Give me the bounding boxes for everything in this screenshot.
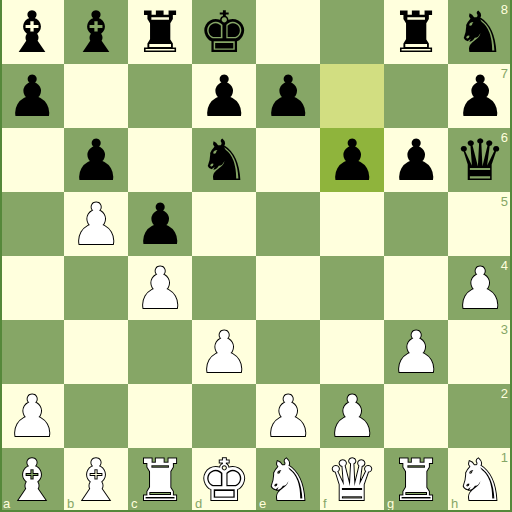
piece-black-pawn[interactable]: ♟ (320, 128, 384, 192)
piece-black-pawn[interactable]: ♟ (64, 128, 128, 192)
square-c8[interactable]: ♜ (128, 0, 192, 64)
piece-black-pawn[interactable]: ♟ (384, 128, 448, 192)
square-a3[interactable] (0, 320, 64, 384)
square-f3[interactable] (320, 320, 384, 384)
square-b6[interactable]: ♟ (64, 128, 128, 192)
square-h3[interactable]: 3 (448, 320, 512, 384)
square-f6[interactable]: ♟ (320, 128, 384, 192)
piece-black-knight[interactable]: ♞ (192, 128, 256, 192)
square-g6[interactable]: ♟ (384, 128, 448, 192)
piece-white-pawn[interactable]: ♟ (192, 320, 256, 384)
square-c2[interactable] (128, 384, 192, 448)
square-a6[interactable] (0, 128, 64, 192)
square-h1[interactable]: ♞1h (448, 448, 512, 512)
square-e4[interactable] (256, 256, 320, 320)
square-d3[interactable]: ♟ (192, 320, 256, 384)
piece-white-pawn[interactable]: ♟ (128, 256, 192, 320)
piece-white-bishop[interactable]: ♝ (0, 448, 64, 512)
piece-white-pawn[interactable]: ♟ (384, 320, 448, 384)
square-b3[interactable] (64, 320, 128, 384)
piece-white-king[interactable]: ♚ (192, 448, 256, 512)
square-h5[interactable]: 5 (448, 192, 512, 256)
piece-black-pawn[interactable]: ♟ (448, 64, 512, 128)
square-b5[interactable]: ♟ (64, 192, 128, 256)
square-d7[interactable]: ♟ (192, 64, 256, 128)
piece-black-pawn[interactable]: ♟ (0, 64, 64, 128)
square-a4[interactable] (0, 256, 64, 320)
square-h8[interactable]: ♞8 (448, 0, 512, 64)
square-e3[interactable] (256, 320, 320, 384)
piece-white-pawn[interactable]: ♟ (448, 256, 512, 320)
square-h4[interactable]: ♟4 (448, 256, 512, 320)
piece-white-bishop[interactable]: ♝ (64, 448, 128, 512)
square-d8[interactable]: ♚ (192, 0, 256, 64)
square-e7[interactable]: ♟ (256, 64, 320, 128)
piece-white-pawn[interactable]: ♟ (256, 384, 320, 448)
piece-black-knight[interactable]: ♞ (448, 0, 512, 64)
piece-black-bishop[interactable]: ♝ (0, 0, 64, 64)
piece-white-rook[interactable]: ♜ (128, 448, 192, 512)
square-c4[interactable]: ♟ (128, 256, 192, 320)
square-b8[interactable]: ♝ (64, 0, 128, 64)
square-f5[interactable] (320, 192, 384, 256)
square-c5[interactable]: ♟ (128, 192, 192, 256)
piece-black-pawn[interactable]: ♟ (128, 192, 192, 256)
piece-black-rook[interactable]: ♜ (384, 0, 448, 64)
square-g7[interactable] (384, 64, 448, 128)
square-a8[interactable]: ♝ (0, 0, 64, 64)
square-b1[interactable]: ♝b (64, 448, 128, 512)
square-c3[interactable] (128, 320, 192, 384)
square-a2[interactable]: ♟ (0, 384, 64, 448)
piece-black-king[interactable]: ♚ (192, 0, 256, 64)
square-f7[interactable] (320, 64, 384, 128)
square-d4[interactable] (192, 256, 256, 320)
chess-board: ♝♝♜♚♜♞8♟♟♟♟7♟♞♟♟♛6♟♟5♟♟4♟♟3♟♟♟2♝a♝b♜c♚d♞… (0, 0, 512, 512)
square-b7[interactable] (64, 64, 128, 128)
piece-white-knight[interactable]: ♞ (256, 448, 320, 512)
square-d1[interactable]: ♚d (192, 448, 256, 512)
square-c1[interactable]: ♜c (128, 448, 192, 512)
piece-black-queen[interactable]: ♛ (448, 128, 512, 192)
square-f8[interactable] (320, 0, 384, 64)
square-g8[interactable]: ♜ (384, 0, 448, 64)
square-g5[interactable] (384, 192, 448, 256)
piece-black-bishop[interactable]: ♝ (64, 0, 128, 64)
piece-white-rook[interactable]: ♜ (384, 448, 448, 512)
square-c6[interactable] (128, 128, 192, 192)
square-d2[interactable] (192, 384, 256, 448)
square-b4[interactable] (64, 256, 128, 320)
square-g4[interactable] (384, 256, 448, 320)
piece-black-rook[interactable]: ♜ (128, 0, 192, 64)
square-e2[interactable]: ♟ (256, 384, 320, 448)
rank-label-2: 2 (501, 386, 508, 401)
piece-white-pawn[interactable]: ♟ (0, 384, 64, 448)
square-g2[interactable] (384, 384, 448, 448)
piece-white-queen[interactable]: ♛ (320, 448, 384, 512)
square-e1[interactable]: ♞e (256, 448, 320, 512)
square-e8[interactable] (256, 0, 320, 64)
square-h7[interactable]: ♟7 (448, 64, 512, 128)
piece-black-pawn[interactable]: ♟ (256, 64, 320, 128)
piece-black-pawn[interactable]: ♟ (192, 64, 256, 128)
rank-label-5: 5 (501, 194, 508, 209)
square-h2[interactable]: 2 (448, 384, 512, 448)
piece-white-knight[interactable]: ♞ (448, 448, 512, 512)
square-c7[interactable] (128, 64, 192, 128)
piece-white-pawn[interactable]: ♟ (64, 192, 128, 256)
piece-white-pawn[interactable]: ♟ (320, 384, 384, 448)
board-grid: ♝♝♜♚♜♞8♟♟♟♟7♟♞♟♟♛6♟♟5♟♟4♟♟3♟♟♟2♝a♝b♜c♚d♞… (0, 0, 512, 512)
square-d6[interactable]: ♞ (192, 128, 256, 192)
rank-label-3: 3 (501, 322, 508, 337)
square-d5[interactable] (192, 192, 256, 256)
square-b2[interactable] (64, 384, 128, 448)
square-e6[interactable] (256, 128, 320, 192)
square-f1[interactable]: ♛f (320, 448, 384, 512)
square-a1[interactable]: ♝a (0, 448, 64, 512)
square-g1[interactable]: ♜g (384, 448, 448, 512)
square-g3[interactable]: ♟ (384, 320, 448, 384)
square-e5[interactable] (256, 192, 320, 256)
square-f4[interactable] (320, 256, 384, 320)
square-f2[interactable]: ♟ (320, 384, 384, 448)
square-h6[interactable]: ♛6 (448, 128, 512, 192)
square-a5[interactable] (0, 192, 64, 256)
square-a7[interactable]: ♟ (0, 64, 64, 128)
